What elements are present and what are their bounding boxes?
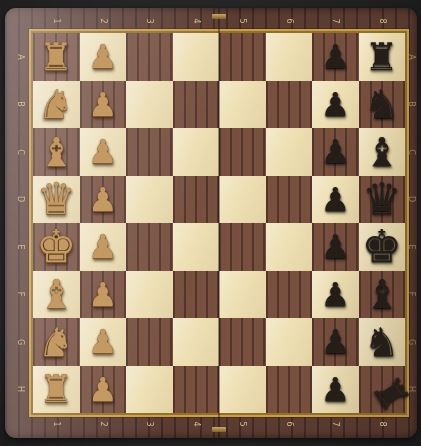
board-fold-seam: [218, 8, 220, 438]
chess-board: ♜♟♟♜♞♟♟♞♝♟♟♝♛♟♟♛♚♟♟♚♝♟♟♝♞♟♟♞♜♟♟♜: [5, 8, 417, 438]
white-queen-d1[interactable]: ♛: [37, 177, 76, 221]
square-a4[interactable]: [173, 33, 220, 81]
square-b1[interactable]: ♞: [33, 81, 80, 129]
square-b4[interactable]: [173, 81, 220, 129]
square-f1[interactable]: ♝: [33, 271, 80, 319]
square-a2[interactable]: ♟: [80, 33, 127, 81]
square-h6[interactable]: [266, 366, 313, 414]
square-b5[interactable]: [219, 81, 266, 129]
square-e7[interactable]: ♟: [312, 223, 359, 271]
square-b7[interactable]: ♟: [312, 81, 359, 129]
white-bishop-c1[interactable]: ♝: [38, 132, 74, 172]
black-knight-g8[interactable]: ♞: [364, 322, 400, 362]
square-d2[interactable]: ♟: [80, 176, 127, 224]
square-b3[interactable]: [126, 81, 173, 129]
square-h8[interactable]: ♜: [359, 366, 406, 414]
black-pawn-d7[interactable]: ♟: [320, 183, 350, 216]
square-c2[interactable]: ♟: [80, 128, 127, 176]
white-pawn-c2[interactable]: ♟: [88, 135, 118, 168]
black-pawn-f7[interactable]: ♟: [320, 278, 350, 311]
white-pawn-f2[interactable]: ♟: [88, 278, 118, 311]
black-pawn-b7[interactable]: ♟: [320, 88, 350, 121]
black-king-e8[interactable]: ♚: [362, 224, 402, 269]
black-rook-h8[interactable]: ♜: [366, 370, 416, 419]
square-c5[interactable]: [219, 128, 266, 176]
white-king-e1[interactable]: ♚: [36, 224, 76, 269]
hinge-icon: [212, 14, 226, 19]
square-e3[interactable]: [126, 223, 173, 271]
square-d6[interactable]: [266, 176, 313, 224]
white-rook-h1[interactable]: ♜: [39, 370, 73, 408]
square-a7[interactable]: ♟: [312, 33, 359, 81]
black-pawn-a7[interactable]: ♟: [320, 40, 350, 73]
white-pawn-a2[interactable]: ♟: [88, 40, 118, 73]
white-bishop-f1[interactable]: ♝: [38, 274, 74, 314]
square-e8[interactable]: ♚: [359, 223, 406, 271]
square-g4[interactable]: [173, 318, 220, 366]
square-g7[interactable]: ♟: [312, 318, 359, 366]
square-f6[interactable]: [266, 271, 313, 319]
square-g8[interactable]: ♞: [359, 318, 406, 366]
square-g5[interactable]: [219, 318, 266, 366]
square-h2[interactable]: ♟: [80, 366, 127, 414]
square-g3[interactable]: [126, 318, 173, 366]
square-b6[interactable]: [266, 81, 313, 129]
white-pawn-h2[interactable]: ♟: [88, 373, 118, 406]
square-e2[interactable]: ♟: [80, 223, 127, 271]
square-d3[interactable]: [126, 176, 173, 224]
square-h1[interactable]: ♜: [33, 366, 80, 414]
black-knight-b8[interactable]: ♞: [364, 84, 400, 124]
square-b8[interactable]: ♞: [359, 81, 406, 129]
square-h4[interactable]: [173, 366, 220, 414]
white-knight-g1[interactable]: ♞: [38, 322, 74, 362]
square-h7[interactable]: ♟: [312, 366, 359, 414]
black-pawn-c7[interactable]: ♟: [320, 135, 350, 168]
photo-background: ♜♟♟♜♞♟♟♞♝♟♟♝♛♟♟♛♚♟♟♚♝♟♟♝♞♟♟♞♜♟♟♜ 1122334…: [0, 0, 421, 446]
square-d8[interactable]: ♛: [359, 176, 406, 224]
square-h3[interactable]: [126, 366, 173, 414]
square-g2[interactable]: ♟: [80, 318, 127, 366]
white-pawn-d2[interactable]: ♟: [88, 183, 118, 216]
black-rook-a8[interactable]: ♜: [365, 38, 399, 76]
square-d5[interactable]: [219, 176, 266, 224]
square-a8[interactable]: ♜: [359, 33, 406, 81]
square-c3[interactable]: [126, 128, 173, 176]
square-e6[interactable]: [266, 223, 313, 271]
square-g1[interactable]: ♞: [33, 318, 80, 366]
square-d4[interactable]: [173, 176, 220, 224]
black-pawn-g7[interactable]: ♟: [320, 325, 350, 358]
black-bishop-f8[interactable]: ♝: [364, 274, 400, 314]
square-f5[interactable]: [219, 271, 266, 319]
square-d7[interactable]: ♟: [312, 176, 359, 224]
square-b2[interactable]: ♟: [80, 81, 127, 129]
square-f4[interactable]: [173, 271, 220, 319]
square-e1[interactable]: ♚: [33, 223, 80, 271]
square-f2[interactable]: ♟: [80, 271, 127, 319]
square-c1[interactable]: ♝: [33, 128, 80, 176]
square-a6[interactable]: [266, 33, 313, 81]
hinge-icon: [212, 427, 226, 432]
square-a3[interactable]: [126, 33, 173, 81]
black-pawn-e7[interactable]: ♟: [320, 230, 350, 263]
square-c4[interactable]: [173, 128, 220, 176]
black-bishop-c8[interactable]: ♝: [364, 132, 400, 172]
square-c8[interactable]: ♝: [359, 128, 406, 176]
white-pawn-b2[interactable]: ♟: [88, 88, 118, 121]
square-f7[interactable]: ♟: [312, 271, 359, 319]
white-pawn-g2[interactable]: ♟: [88, 325, 118, 358]
square-a1[interactable]: ♜: [33, 33, 80, 81]
white-pawn-e2[interactable]: ♟: [88, 230, 118, 263]
square-c6[interactable]: [266, 128, 313, 176]
square-e4[interactable]: [173, 223, 220, 271]
square-f3[interactable]: [126, 271, 173, 319]
square-h5[interactable]: [219, 366, 266, 414]
black-pawn-h7[interactable]: ♟: [320, 373, 350, 406]
square-a5[interactable]: [219, 33, 266, 81]
square-d1[interactable]: ♛: [33, 176, 80, 224]
square-f8[interactable]: ♝: [359, 271, 406, 319]
white-knight-b1[interactable]: ♞: [38, 84, 74, 124]
white-rook-a1[interactable]: ♜: [39, 38, 73, 76]
square-g6[interactable]: [266, 318, 313, 366]
square-e5[interactable]: [219, 223, 266, 271]
square-c7[interactable]: ♟: [312, 128, 359, 176]
black-queen-d8[interactable]: ♛: [362, 177, 401, 221]
